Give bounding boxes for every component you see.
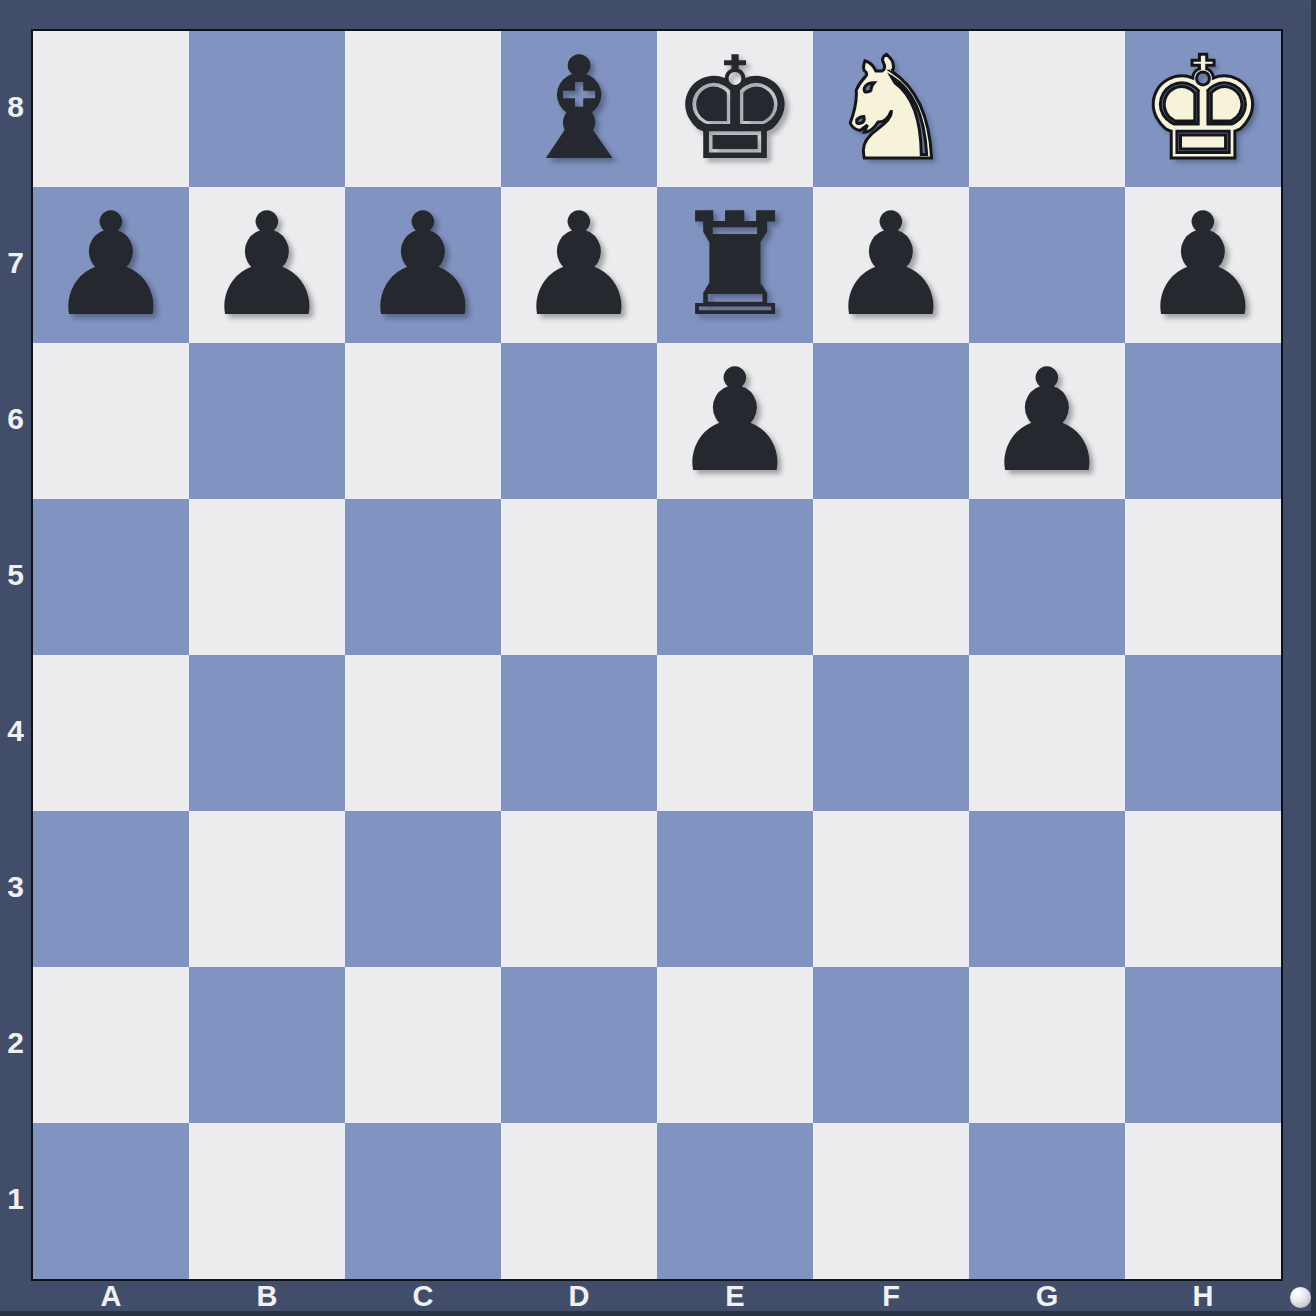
black-pawn-e6[interactable]: ♟ (657, 343, 813, 499)
square-h5[interactable] (1125, 499, 1281, 655)
square-h2[interactable] (1125, 967, 1281, 1123)
square-c3[interactable] (345, 811, 501, 967)
file-label-g: G (969, 1279, 1125, 1313)
rank-label-5: 5 (0, 497, 31, 653)
square-a4[interactable] (33, 655, 189, 811)
white-king-h8[interactable]: ♚ (1125, 31, 1281, 187)
black-pawn-h7[interactable]: ♟ (1125, 187, 1281, 343)
square-h4[interactable] (1125, 655, 1281, 811)
square-h8[interactable]: ♚ (1125, 31, 1281, 187)
square-h3[interactable] (1125, 811, 1281, 967)
square-a6[interactable] (33, 343, 189, 499)
square-g1[interactable] (969, 1123, 1125, 1279)
square-b3[interactable] (189, 811, 345, 967)
square-d5[interactable] (501, 499, 657, 655)
file-label-a: A (33, 1279, 189, 1313)
chess-board-frame: ♝♚♞♚♟♟♟♟♜♟♟♟♟ 87654321 ABCDEFGH (0, 0, 1316, 1316)
square-b7[interactable]: ♟ (189, 187, 345, 343)
square-g3[interactable] (969, 811, 1125, 967)
square-a3[interactable] (33, 811, 189, 967)
square-f8[interactable]: ♞ (813, 31, 969, 187)
square-d8[interactable]: ♝ (501, 31, 657, 187)
rank-label-1: 1 (0, 1121, 31, 1277)
black-pawn-g6[interactable]: ♟ (969, 343, 1125, 499)
square-g5[interactable] (969, 499, 1125, 655)
square-a2[interactable] (33, 967, 189, 1123)
square-d4[interactable] (501, 655, 657, 811)
rank-label-6: 6 (0, 341, 31, 497)
black-pawn-d7[interactable]: ♟ (501, 187, 657, 343)
square-f7[interactable]: ♟ (813, 187, 969, 343)
square-c8[interactable] (345, 31, 501, 187)
square-e5[interactable] (657, 499, 813, 655)
black-king-e8[interactable]: ♚ (657, 31, 813, 187)
square-e6[interactable]: ♟ (657, 343, 813, 499)
file-label-f: F (813, 1279, 969, 1313)
square-e2[interactable] (657, 967, 813, 1123)
square-e3[interactable] (657, 811, 813, 967)
square-h6[interactable] (1125, 343, 1281, 499)
square-e8[interactable]: ♚ (657, 31, 813, 187)
square-f6[interactable] (813, 343, 969, 499)
square-c6[interactable] (345, 343, 501, 499)
square-f4[interactable] (813, 655, 969, 811)
black-pawn-a7[interactable]: ♟ (33, 187, 189, 343)
rank-label-8: 8 (0, 29, 31, 185)
rank-label-2: 2 (0, 965, 31, 1121)
white-knight-f8[interactable]: ♞ (813, 31, 969, 187)
square-h1[interactable] (1125, 1123, 1281, 1279)
square-e1[interactable] (657, 1123, 813, 1279)
square-e7[interactable]: ♜ (657, 187, 813, 343)
square-c5[interactable] (345, 499, 501, 655)
square-a1[interactable] (33, 1123, 189, 1279)
rank-label-7: 7 (0, 185, 31, 341)
square-g8[interactable] (969, 31, 1125, 187)
file-label-h: H (1125, 1279, 1281, 1313)
chess-board: ♝♚♞♚♟♟♟♟♜♟♟♟♟ (31, 29, 1283, 1281)
square-g7[interactable] (969, 187, 1125, 343)
file-label-b: B (189, 1279, 345, 1313)
square-d7[interactable]: ♟ (501, 187, 657, 343)
square-h7[interactable]: ♟ (1125, 187, 1281, 343)
square-b5[interactable] (189, 499, 345, 655)
square-d2[interactable] (501, 967, 657, 1123)
black-pawn-b7[interactable]: ♟ (189, 187, 345, 343)
black-pawn-f7[interactable]: ♟ (813, 187, 969, 343)
square-d3[interactable] (501, 811, 657, 967)
square-d1[interactable] (501, 1123, 657, 1279)
turn-indicator-white-to-move (1290, 1287, 1311, 1308)
square-g2[interactable] (969, 967, 1125, 1123)
square-a8[interactable] (33, 31, 189, 187)
square-d6[interactable] (501, 343, 657, 499)
rank-label-3: 3 (0, 809, 31, 965)
black-pawn-c7[interactable]: ♟ (345, 187, 501, 343)
square-c7[interactable]: ♟ (345, 187, 501, 343)
square-c1[interactable] (345, 1123, 501, 1279)
square-f2[interactable] (813, 967, 969, 1123)
square-b2[interactable] (189, 967, 345, 1123)
file-label-e: E (657, 1279, 813, 1313)
file-label-c: C (345, 1279, 501, 1313)
square-c2[interactable] (345, 967, 501, 1123)
square-b4[interactable] (189, 655, 345, 811)
black-bishop-d8[interactable]: ♝ (501, 31, 657, 187)
square-f3[interactable] (813, 811, 969, 967)
rank-label-4: 4 (0, 653, 31, 809)
square-g4[interactable] (969, 655, 1125, 811)
square-c4[interactable] (345, 655, 501, 811)
file-label-d: D (501, 1279, 657, 1313)
square-g6[interactable]: ♟ (969, 343, 1125, 499)
black-rook-e7[interactable]: ♜ (657, 187, 813, 343)
square-b8[interactable] (189, 31, 345, 187)
square-a5[interactable] (33, 499, 189, 655)
square-f5[interactable] (813, 499, 969, 655)
square-b6[interactable] (189, 343, 345, 499)
square-e4[interactable] (657, 655, 813, 811)
square-a7[interactable]: ♟ (33, 187, 189, 343)
square-b1[interactable] (189, 1123, 345, 1279)
square-f1[interactable] (813, 1123, 969, 1279)
